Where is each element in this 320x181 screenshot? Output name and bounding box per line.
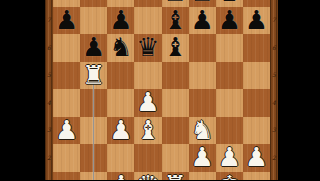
white-bishop-d3[interactable]: ♝ [136, 117, 159, 144]
rank-label-6: 6 [45, 45, 53, 51]
square-e5[interactable] [162, 62, 189, 90]
rank-label-7: 7 [270, 17, 278, 23]
rank-label-2: 2 [45, 155, 53, 161]
white-pawn-d4[interactable]: ♟ [136, 89, 159, 116]
black-queen-d6[interactable]: ♛ [136, 34, 159, 61]
square-a2[interactable] [53, 144, 80, 172]
square-f4[interactable] [189, 89, 216, 117]
square-g5[interactable] [216, 62, 243, 90]
square-e4[interactable] [162, 89, 189, 117]
black-pawn-b6[interactable]: ♟ [82, 34, 105, 61]
square-a1[interactable] [53, 172, 80, 181]
square-b6[interactable]: ♟ [80, 34, 107, 62]
square-e3[interactable] [162, 117, 189, 145]
square-g7[interactable]: ♟ [216, 7, 243, 35]
white-queen-d1[interactable]: ♛ [136, 172, 159, 180]
white-pawn-a3[interactable]: ♟ [55, 117, 78, 144]
square-a4[interactable] [53, 89, 80, 117]
square-f5[interactable] [189, 62, 216, 90]
square-g4[interactable] [216, 89, 243, 117]
white-rook-e1[interactable]: ♜ [163, 172, 186, 180]
square-d5[interactable] [134, 62, 161, 90]
square-b5[interactable]: ♜ [80, 62, 107, 90]
rank-label-6: 6 [270, 45, 278, 51]
rank-label-7: 7 [45, 17, 53, 23]
rank-label-4: 4 [45, 100, 53, 106]
black-pawn-g7[interactable]: ♟ [218, 7, 241, 34]
square-g1[interactable]: ♚ [216, 172, 243, 181]
square-d6[interactable]: ♛ [134, 34, 161, 62]
black-pawn-a7[interactable]: ♟ [55, 7, 78, 34]
square-a5[interactable] [53, 62, 80, 90]
square-f3[interactable]: ♞ [189, 117, 216, 145]
white-pawn-f2[interactable]: ♟ [191, 144, 214, 171]
square-h7[interactable]: ♟ [243, 7, 270, 35]
rank-label-3: 3 [270, 127, 278, 133]
white-knight-f3[interactable]: ♞ [191, 117, 214, 144]
rank-label-2: 2 [270, 155, 278, 161]
move-annotation-line [93, 75, 94, 180]
square-b7[interactable] [80, 7, 107, 35]
square-a7[interactable]: ♟ [53, 7, 80, 35]
black-pawn-h7[interactable]: ♟ [245, 7, 268, 34]
square-h5[interactable] [243, 62, 270, 90]
rank-label-5: 5 [45, 72, 53, 78]
board-frame-right: 87654321 [270, 0, 278, 180]
square-c6[interactable]: ♞ [107, 34, 134, 62]
square-g3[interactable] [216, 117, 243, 145]
white-bishop-c1[interactable]: ♝ [109, 172, 132, 180]
square-g2[interactable]: ♟ [216, 144, 243, 172]
white-pawn-h2[interactable]: ♟ [245, 144, 268, 171]
square-a6[interactable] [53, 34, 80, 62]
square-e2[interactable] [162, 144, 189, 172]
square-f2[interactable]: ♟ [189, 144, 216, 172]
white-rook-b5[interactable]: ♜ [82, 62, 105, 89]
black-pawn-f7[interactable]: ♟ [191, 7, 214, 34]
square-d4[interactable]: ♟ [134, 89, 161, 117]
white-king-g1[interactable]: ♚ [218, 172, 241, 180]
chess-board: ♜♜♚♟♟♝♟♟♟♟♞♛♝♜♟♟♟♝♞♟♟♟♝♛♜♚ [53, 0, 270, 180]
square-c1[interactable]: ♝ [107, 172, 134, 181]
square-h6[interactable] [243, 34, 270, 62]
white-pawn-c3[interactable]: ♟ [109, 117, 132, 144]
black-pawn-c7[interactable]: ♟ [109, 7, 132, 34]
square-d1[interactable]: ♛ [134, 172, 161, 181]
square-a3[interactable]: ♟ [53, 117, 80, 145]
square-g6[interactable] [216, 34, 243, 62]
square-c3[interactable]: ♟ [107, 117, 134, 145]
black-bishop-e7[interactable]: ♝ [163, 7, 186, 34]
board-frame-left: 87654321 [45, 0, 53, 180]
square-e1[interactable]: ♜ [162, 172, 189, 181]
square-c5[interactable] [107, 62, 134, 90]
square-f1[interactable] [189, 172, 216, 181]
white-pawn-g2[interactable]: ♟ [218, 144, 241, 171]
square-f7[interactable]: ♟ [189, 7, 216, 35]
square-h1[interactable] [243, 172, 270, 181]
square-h3[interactable] [243, 117, 270, 145]
rank-label-3: 3 [45, 127, 53, 133]
rank-label-5: 5 [270, 72, 278, 78]
square-d7[interactable] [134, 7, 161, 35]
square-c7[interactable]: ♟ [107, 7, 134, 35]
square-h2[interactable]: ♟ [243, 144, 270, 172]
chess-video-frame: ♜♜♚♟♟♝♟♟♟♟♞♛♝♜♟♟♟♝♞♟♟♟♝♛♜♚ 87654321 8765… [0, 0, 320, 180]
square-f6[interactable] [189, 34, 216, 62]
square-e6[interactable]: ♝ [162, 34, 189, 62]
black-bishop-e6[interactable]: ♝ [163, 34, 186, 61]
square-h4[interactable] [243, 89, 270, 117]
square-d3[interactable]: ♝ [134, 117, 161, 145]
square-d2[interactable] [134, 144, 161, 172]
square-c2[interactable] [107, 144, 134, 172]
rank-label-4: 4 [270, 100, 278, 106]
square-c4[interactable] [107, 89, 134, 117]
square-e7[interactable]: ♝ [162, 7, 189, 35]
black-knight-c6[interactable]: ♞ [109, 34, 132, 61]
